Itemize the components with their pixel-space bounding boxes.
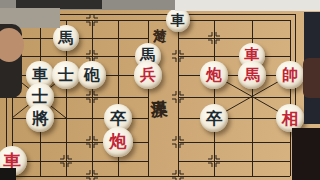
wall-background: [175, 0, 320, 11]
piece-black-cannon[interactable]: 砲: [78, 61, 105, 88]
piece-red-cannon[interactable]: 炮: [103, 127, 133, 157]
xiangqi-board[interactable]: 楚河 漢界 車馬馬車士砲士將卒卒兵車炮馬帥炮相車: [0, 6, 320, 180]
piece-red-general[interactable]: 帥: [276, 61, 303, 88]
piece-black-horse[interactable]: 馬: [53, 25, 79, 51]
opponent-knee: [303, 58, 320, 98]
piece-red-cannon[interactable]: 炮: [200, 61, 227, 88]
photo-frame: 楚河 漢界 車馬馬車士砲士將卒卒兵車炮馬帥炮相車: [0, 0, 320, 180]
piece-black-advisor[interactable]: 士: [52, 61, 79, 88]
piece-red-horse[interactable]: 馬: [238, 61, 265, 88]
dark-corner-bottom-left: [0, 168, 16, 180]
piece-red-soldier[interactable]: 兵: [134, 61, 161, 88]
dark-corner-bottom-right: [292, 128, 320, 180]
